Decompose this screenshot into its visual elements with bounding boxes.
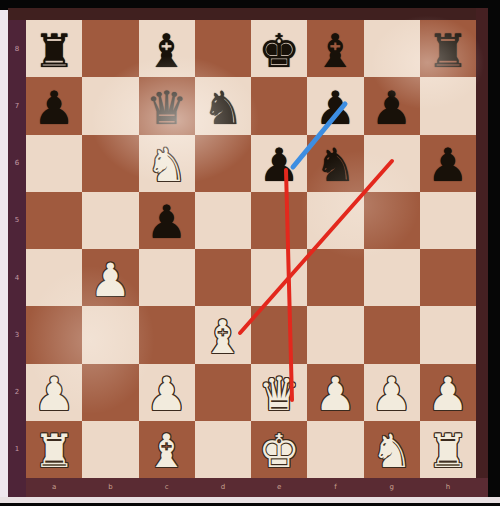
square-f4[interactable]: [307, 249, 363, 306]
piece-black-pawn-a7: ♟: [26, 79, 82, 136]
square-b3[interactable]: [82, 306, 138, 363]
piece-white-pawn-h2: ♟: [420, 366, 476, 423]
board-frame-top: [8, 8, 488, 20]
square-d3[interactable]: ♝: [195, 306, 251, 363]
square-f7[interactable]: ♟: [307, 77, 363, 134]
square-b4[interactable]: ♟: [82, 249, 138, 306]
square-a1[interactable]: ♜: [26, 421, 82, 478]
square-e6[interactable]: ♟: [251, 135, 307, 192]
square-c7[interactable]: ♛: [139, 77, 195, 134]
square-d7[interactable]: ♞: [195, 77, 251, 134]
square-f3[interactable]: [307, 306, 363, 363]
square-d2[interactable]: [195, 364, 251, 421]
piece-white-pawn-f2: ♟: [307, 366, 363, 423]
square-a8[interactable]: ♜: [26, 20, 82, 77]
square-c8[interactable]: ♝: [139, 20, 195, 77]
square-a2[interactable]: ♟: [26, 364, 82, 421]
piece-black-pawn-f7: ♟: [307, 79, 363, 136]
piece-black-knight-f6: ♞: [307, 137, 363, 194]
square-c5[interactable]: ♟: [139, 192, 195, 249]
file-label-e: e: [274, 483, 284, 491]
rank-label-7: 7: [13, 102, 21, 110]
square-h4[interactable]: [420, 249, 476, 306]
square-f5[interactable]: [307, 192, 363, 249]
square-b8[interactable]: [82, 20, 138, 77]
square-h6[interactable]: ♟: [420, 135, 476, 192]
square-c4[interactable]: [139, 249, 195, 306]
board-frame-bottom: [26, 478, 488, 497]
square-g2[interactable]: ♟: [364, 364, 420, 421]
square-g7[interactable]: ♟: [364, 77, 420, 134]
square-f2[interactable]: ♟: [307, 364, 363, 421]
board-bezel-left: [8, 10, 26, 497]
piece-white-pawn-c2: ♟: [139, 366, 195, 423]
piece-white-bishop-c1: ♝: [139, 423, 195, 480]
piece-white-pawn-b4: ♟: [82, 251, 138, 308]
piece-black-pawn-g7: ♟: [364, 79, 420, 136]
piece-black-knight-d7: ♞: [195, 79, 251, 136]
piece-white-queen-e2: ♛: [251, 366, 307, 423]
piece-black-bishop-c8: ♝: [139, 22, 195, 79]
piece-black-pawn-c5: ♟: [139, 194, 195, 251]
file-label-g: g: [387, 483, 397, 491]
rank-label-3: 3: [13, 331, 21, 339]
square-d8[interactable]: [195, 20, 251, 77]
rank-label-8: 8: [13, 45, 21, 53]
file-label-f: f: [330, 483, 340, 491]
square-c3[interactable]: [139, 306, 195, 363]
square-e5[interactable]: [251, 192, 307, 249]
board-frame-right: [476, 8, 488, 497]
square-g4[interactable]: [364, 249, 420, 306]
square-f8[interactable]: ♝: [307, 20, 363, 77]
square-a3[interactable]: [26, 306, 82, 363]
piece-black-queen-c7: ♛: [139, 79, 195, 136]
chessboard-photo: ♜♝♚♝♜♟♛♞♟♟♞♟♞♟♟♟♝♟♟♛♟♟♟♜♝♚♞♜ 87654321abc…: [0, 0, 500, 506]
file-label-b: b: [105, 483, 115, 491]
rank-label-6: 6: [13, 159, 21, 167]
square-e4[interactable]: [251, 249, 307, 306]
rank-label-5: 5: [13, 216, 21, 224]
square-e7[interactable]: [251, 77, 307, 134]
square-a6[interactable]: [26, 135, 82, 192]
piece-black-rook-h8: ♜: [420, 22, 476, 79]
square-a7[interactable]: ♟: [26, 77, 82, 134]
square-h5[interactable]: [420, 192, 476, 249]
square-d1[interactable]: [195, 421, 251, 478]
square-c1[interactable]: ♝: [139, 421, 195, 478]
square-b6[interactable]: [82, 135, 138, 192]
piece-black-pawn-h6: ♟: [420, 137, 476, 194]
piece-black-rook-a8: ♜: [26, 22, 82, 79]
piece-white-king-e1: ♚: [251, 423, 307, 480]
square-e8[interactable]: ♚: [251, 20, 307, 77]
screen-edge-strip-bottom: [0, 497, 500, 503]
square-g6[interactable]: [364, 135, 420, 192]
piece-white-bishop-d3: ♝: [195, 308, 251, 365]
square-e2[interactable]: ♛: [251, 364, 307, 421]
square-e1[interactable]: ♚: [251, 421, 307, 478]
file-label-c: c: [162, 483, 172, 491]
piece-black-king-e8: ♚: [251, 22, 307, 79]
piece-black-pawn-e6: ♟: [251, 137, 307, 194]
square-f1[interactable]: [307, 421, 363, 478]
square-f6[interactable]: ♞: [307, 135, 363, 192]
square-h1[interactable]: ♜: [420, 421, 476, 478]
square-d5[interactable]: [195, 192, 251, 249]
square-g5[interactable]: [364, 192, 420, 249]
file-label-d: d: [218, 483, 228, 491]
square-h2[interactable]: ♟: [420, 364, 476, 421]
file-label-a: a: [49, 483, 59, 491]
square-b1[interactable]: [82, 421, 138, 478]
square-h8[interactable]: ♜: [420, 20, 476, 77]
square-b5[interactable]: [82, 192, 138, 249]
square-h3[interactable]: [420, 306, 476, 363]
screen-edge-strip: [0, 10, 8, 503]
piece-white-knight-c6: ♞: [139, 137, 195, 194]
square-c6[interactable]: ♞: [139, 135, 195, 192]
file-label-h: h: [443, 483, 453, 491]
chess-board: ♜♝♚♝♜♟♛♞♟♟♞♟♞♟♟♟♝♟♟♛♟♟♟♜♝♚♞♜: [26, 20, 476, 478]
rank-label-4: 4: [13, 274, 21, 282]
square-b2[interactable]: [82, 364, 138, 421]
square-e3[interactable]: [251, 306, 307, 363]
square-d6[interactable]: [195, 135, 251, 192]
piece-white-rook-h1: ♜: [420, 423, 476, 480]
square-a4[interactable]: [26, 249, 82, 306]
rank-label-2: 2: [13, 388, 21, 396]
square-c2[interactable]: ♟: [139, 364, 195, 421]
piece-black-bishop-f8: ♝: [307, 22, 363, 79]
piece-white-pawn-a2: ♟: [26, 366, 82, 423]
square-g1[interactable]: ♞: [364, 421, 420, 478]
square-a5[interactable]: [26, 192, 82, 249]
square-g8[interactable]: [364, 20, 420, 77]
square-h7[interactable]: [420, 77, 476, 134]
piece-white-knight-g1: ♞: [364, 423, 420, 480]
square-b7[interactable]: [82, 77, 138, 134]
piece-white-rook-a1: ♜: [26, 423, 82, 480]
square-g3[interactable]: [364, 306, 420, 363]
piece-white-pawn-g2: ♟: [364, 366, 420, 423]
rank-label-1: 1: [13, 445, 21, 453]
square-d4[interactable]: [195, 249, 251, 306]
